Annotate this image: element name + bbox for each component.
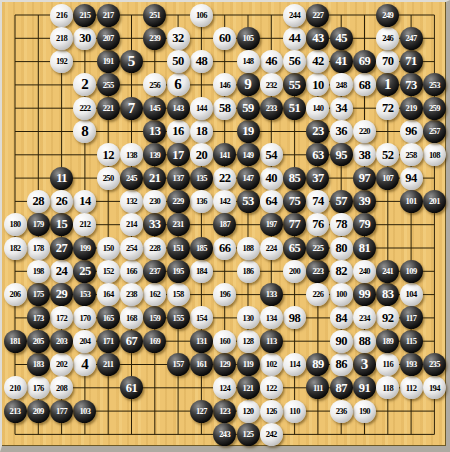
stone-117[interactable]: 117 — [400, 306, 423, 329]
stone-171[interactable]: 171 — [97, 330, 120, 353]
stone-176[interactable]: 176 — [27, 376, 50, 399]
stone-258[interactable]: 258 — [400, 143, 423, 166]
stone-54[interactable]: 54 — [260, 143, 283, 166]
stone-100[interactable]: 100 — [330, 283, 353, 306]
stone-9[interactable]: 9 — [237, 73, 260, 96]
stone-64[interactable]: 64 — [260, 190, 283, 213]
stone-147[interactable]: 147 — [237, 167, 260, 190]
stone-160[interactable]: 160 — [213, 330, 236, 353]
stone-218[interactable]: 218 — [50, 27, 73, 50]
stone-183[interactable]: 183 — [27, 353, 50, 376]
stone-206[interactable]: 206 — [4, 283, 27, 306]
stone-150[interactable]: 150 — [97, 237, 120, 260]
stone-80[interactable]: 80 — [330, 237, 353, 260]
stone-259[interactable]: 259 — [423, 97, 446, 120]
stone-247[interactable]: 247 — [400, 27, 423, 50]
stone-189[interactable]: 189 — [376, 330, 399, 353]
stone-94[interactable]: 94 — [400, 167, 423, 190]
stone-178[interactable]: 178 — [27, 237, 50, 260]
stone-243[interactable]: 243 — [213, 423, 236, 446]
stone-41[interactable]: 41 — [330, 50, 353, 73]
stone-5[interactable]: 5 — [120, 50, 143, 73]
stone-211[interactable]: 211 — [97, 353, 120, 376]
board-frame: 1234567891011121314151617181920212223242… — [0, 0, 450, 452]
stone-184[interactable]: 184 — [190, 260, 213, 283]
stone-191[interactable]: 191 — [97, 50, 120, 73]
stone-120[interactable]: 120 — [237, 400, 260, 423]
stone-164[interactable]: 164 — [97, 283, 120, 306]
stone-59[interactable]: 59 — [237, 97, 260, 120]
stone-149[interactable]: 149 — [237, 143, 260, 166]
stone-249[interactable]: 249 — [376, 4, 399, 27]
stone-121[interactable]: 121 — [237, 376, 260, 399]
stone-229[interactable]: 229 — [167, 190, 190, 213]
stone-71[interactable]: 71 — [400, 50, 423, 73]
stone-250[interactable]: 250 — [97, 167, 120, 190]
stone-26[interactable]: 26 — [50, 190, 73, 213]
stone-231[interactable]: 231 — [167, 213, 190, 236]
stone-165[interactable]: 165 — [97, 306, 120, 329]
stone-216[interactable]: 216 — [50, 4, 73, 27]
stone-204[interactable]: 204 — [73, 330, 96, 353]
stone-200[interactable]: 200 — [283, 260, 306, 283]
stone-119[interactable]: 119 — [237, 353, 260, 376]
stone-132[interactable]: 132 — [120, 190, 143, 213]
stone-115[interactable]: 115 — [400, 330, 423, 353]
stone-239[interactable]: 239 — [143, 27, 166, 50]
stone-233[interactable]: 233 — [260, 97, 283, 120]
stone-58[interactable]: 58 — [213, 97, 236, 120]
stone-219[interactable]: 219 — [400, 97, 423, 120]
stone-82[interactable]: 82 — [330, 260, 353, 283]
stone-182[interactable]: 182 — [4, 237, 27, 260]
stone-155[interactable]: 155 — [167, 306, 190, 329]
stone-127[interactable]: 127 — [190, 400, 213, 423]
stone-209[interactable]: 209 — [27, 400, 50, 423]
stone-241[interactable]: 241 — [376, 260, 399, 283]
stone-225[interactable]: 225 — [306, 237, 329, 260]
stone-112[interactable]: 112 — [400, 376, 423, 399]
stone-101[interactable]: 101 — [400, 190, 423, 213]
stone-109[interactable]: 109 — [400, 260, 423, 283]
stone-81[interactable]: 81 — [353, 237, 376, 260]
stone-244[interactable]: 244 — [283, 4, 306, 27]
stone-95[interactable]: 95 — [330, 143, 353, 166]
stone-22[interactable]: 22 — [213, 167, 236, 190]
stone-90[interactable]: 90 — [330, 330, 353, 353]
stone-248[interactable]: 248 — [330, 73, 353, 96]
stone-157[interactable]: 157 — [167, 353, 190, 376]
stone-97[interactable]: 97 — [353, 167, 376, 190]
stone-202[interactable]: 202 — [50, 353, 73, 376]
stone-185[interactable]: 185 — [190, 237, 213, 260]
stone-69[interactable]: 69 — [353, 50, 376, 73]
stone-175[interactable]: 175 — [27, 283, 50, 306]
stone-179[interactable]: 179 — [27, 213, 50, 236]
stone-255[interactable]: 255 — [97, 73, 120, 96]
stone-180[interactable]: 180 — [4, 213, 27, 236]
stone-186[interactable]: 186 — [237, 260, 260, 283]
stone-205[interactable]: 205 — [27, 330, 50, 353]
stone-18[interactable]: 18 — [190, 120, 213, 143]
stone-235[interactable]: 235 — [423, 353, 446, 376]
stone-21[interactable]: 21 — [143, 167, 166, 190]
stone-215[interactable]: 215 — [73, 4, 96, 27]
stone-37[interactable]: 37 — [306, 167, 329, 190]
stone-151[interactable]: 151 — [167, 237, 190, 260]
stone-152[interactable]: 152 — [97, 260, 120, 283]
stone-51[interactable]: 51 — [283, 97, 306, 120]
stone-161[interactable]: 161 — [190, 353, 213, 376]
stone-122[interactable]: 122 — [260, 376, 283, 399]
stone-245[interactable]: 245 — [120, 167, 143, 190]
stone-125[interactable]: 125 — [237, 423, 260, 446]
stone-46[interactable]: 46 — [260, 50, 283, 73]
stone-228[interactable]: 228 — [143, 237, 166, 260]
stone-203[interactable]: 203 — [50, 330, 73, 353]
stone-17[interactable]: 17 — [167, 143, 190, 166]
stone-213[interactable]: 213 — [4, 400, 27, 423]
stone-135[interactable]: 135 — [190, 167, 213, 190]
stone-12[interactable]: 12 — [97, 143, 120, 166]
stone-40[interactable]: 40 — [260, 167, 283, 190]
stone-32[interactable]: 32 — [167, 27, 190, 50]
stone-142[interactable]: 142 — [213, 190, 236, 213]
stone-169[interactable]: 169 — [143, 330, 166, 353]
stone-254[interactable]: 254 — [120, 237, 143, 260]
stone-107[interactable]: 107 — [376, 167, 399, 190]
stone-104[interactable]: 104 — [400, 283, 423, 306]
stone-177[interactable]: 177 — [50, 400, 73, 423]
stone-28[interactable]: 28 — [27, 190, 50, 213]
stone-96[interactable]: 96 — [400, 120, 423, 143]
stone-131[interactable]: 131 — [190, 330, 213, 353]
stone-85[interactable]: 85 — [283, 167, 306, 190]
stone-145[interactable]: 145 — [143, 97, 166, 120]
stone-197[interactable]: 197 — [260, 213, 283, 236]
stone-110[interactable]: 110 — [283, 400, 306, 423]
stone-148[interactable]: 148 — [237, 50, 260, 73]
stone-123[interactable]: 123 — [213, 400, 236, 423]
stone-166[interactable]: 166 — [120, 260, 143, 283]
stone-48[interactable]: 48 — [190, 50, 213, 73]
stone-36[interactable]: 36 — [330, 120, 353, 143]
stone-133[interactable]: 133 — [260, 283, 283, 306]
stone-220[interactable]: 220 — [353, 120, 376, 143]
stone-102[interactable]: 102 — [260, 353, 283, 376]
stone-237[interactable]: 237 — [143, 260, 166, 283]
stone-57[interactable]: 57 — [330, 190, 353, 213]
stone-45[interactable]: 45 — [330, 27, 353, 50]
stone-236[interactable]: 236 — [330, 400, 353, 423]
stone-67[interactable]: 67 — [120, 330, 143, 353]
stone-106[interactable]: 106 — [190, 4, 213, 27]
stone-72[interactable]: 72 — [376, 97, 399, 120]
stone-201[interactable]: 201 — [423, 190, 446, 213]
stone-86[interactable]: 86 — [330, 353, 353, 376]
stone-193[interactable]: 193 — [400, 353, 423, 376]
stone-238[interactable]: 238 — [120, 283, 143, 306]
stone-140[interactable]: 140 — [306, 97, 329, 120]
stone-130[interactable]: 130 — [237, 306, 260, 329]
stone-198[interactable]: 198 — [27, 260, 50, 283]
stone-105[interactable]: 105 — [237, 27, 260, 50]
stone-75[interactable]: 75 — [283, 190, 306, 213]
stone-207[interactable]: 207 — [97, 27, 120, 50]
stone-7[interactable]: 7 — [120, 97, 143, 120]
stone-113[interactable]: 113 — [260, 330, 283, 353]
stone-87[interactable]: 87 — [330, 376, 353, 399]
stone-199[interactable]: 199 — [73, 237, 96, 260]
stone-217[interactable]: 217 — [97, 4, 120, 27]
stone-88[interactable]: 88 — [353, 330, 376, 353]
stone-188[interactable]: 188 — [237, 237, 260, 260]
stone-222[interactable]: 222 — [73, 97, 96, 120]
stone-181[interactable]: 181 — [4, 330, 27, 353]
stone-227[interactable]: 227 — [306, 4, 329, 27]
stone-144[interactable]: 144 — [190, 97, 213, 120]
go-board[interactable]: 1234567891011121314151617181920212223242… — [2, 2, 446, 446]
stone-34[interactable]: 34 — [330, 97, 353, 120]
stone-53[interactable]: 53 — [237, 190, 260, 213]
stone-11[interactable]: 11 — [50, 167, 73, 190]
stone-103[interactable]: 103 — [73, 400, 96, 423]
stone-50[interactable]: 50 — [167, 50, 190, 73]
stone-221[interactable]: 221 — [97, 97, 120, 120]
stone-114[interactable]: 114 — [283, 353, 306, 376]
stone-242[interactable]: 242 — [260, 423, 283, 446]
stone-224[interactable]: 224 — [260, 237, 283, 260]
stone-128[interactable]: 128 — [237, 330, 260, 353]
stone-257[interactable]: 257 — [423, 120, 446, 143]
stone-190[interactable]: 190 — [353, 400, 376, 423]
stone-6[interactable]: 6 — [167, 73, 190, 96]
stone-99[interactable]: 99 — [353, 283, 376, 306]
stone-39[interactable]: 39 — [353, 190, 376, 213]
stone-240[interactable]: 240 — [353, 260, 376, 283]
stone-158[interactable]: 158 — [167, 283, 190, 306]
stone-78[interactable]: 78 — [330, 213, 353, 236]
stone-246[interactable]: 246 — [376, 27, 399, 50]
stone-24[interactable]: 24 — [50, 260, 73, 283]
stone-66[interactable]: 66 — [213, 237, 236, 260]
stone-73[interactable]: 73 — [400, 73, 423, 96]
stone-126[interactable]: 126 — [260, 400, 283, 423]
stone-27[interactable]: 27 — [50, 237, 73, 260]
stone-65[interactable]: 65 — [283, 237, 306, 260]
stone-44[interactable]: 44 — [283, 27, 306, 50]
stone-251[interactable]: 251 — [143, 4, 166, 27]
stone-143[interactable]: 143 — [167, 97, 190, 120]
stone-3[interactable]: 3 — [353, 353, 376, 376]
stone-19[interactable]: 19 — [237, 120, 260, 143]
stone-136[interactable]: 136 — [190, 190, 213, 213]
stone-137[interactable]: 137 — [167, 167, 190, 190]
stone-210[interactable]: 210 — [4, 376, 27, 399]
stone-84[interactable]: 84 — [330, 306, 353, 329]
stone-16[interactable]: 16 — [167, 120, 190, 143]
stone-60[interactable]: 60 — [213, 27, 236, 50]
stone-195[interactable]: 195 — [167, 260, 190, 283]
